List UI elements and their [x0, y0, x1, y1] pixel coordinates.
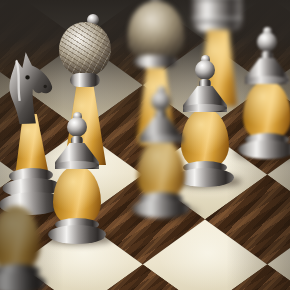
- white-pawn-right: [238, 27, 290, 167]
- pawn-finial-icon: [67, 117, 87, 137]
- rook-top-icon: [192, 0, 242, 32]
- pawn-finial-icon: [195, 60, 215, 80]
- bishop-collar: [70, 73, 100, 87]
- white-pawn-back: [132, 86, 190, 226]
- king-collar: [134, 55, 178, 68]
- pawn-finial-icon: [257, 32, 277, 52]
- pawn-finial-icon: [151, 91, 171, 111]
- bishop-sphere-icon: [59, 22, 111, 77]
- chess-set-photo: [0, 0, 290, 290]
- white-pawn-left: [48, 112, 106, 252]
- king-crown-icon: [128, 1, 184, 58]
- white-pawn-foreground: [0, 206, 46, 290]
